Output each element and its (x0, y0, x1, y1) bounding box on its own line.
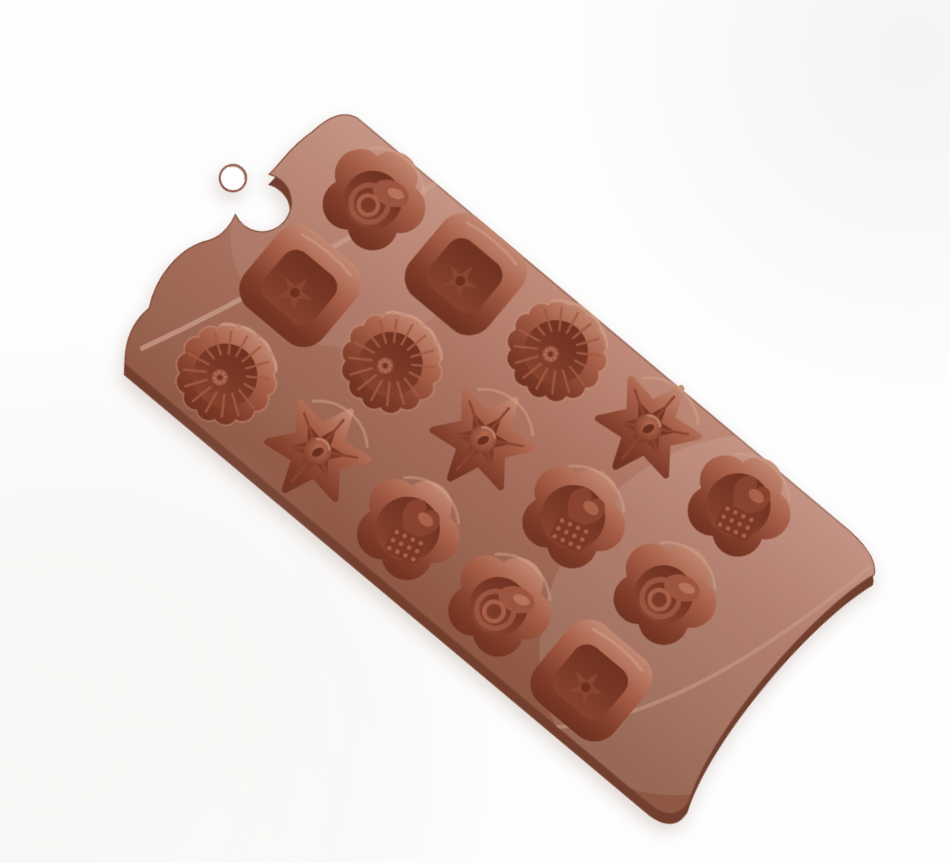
mold-rotation-wrapper (52, 32, 950, 863)
product-photo-scene (0, 0, 950, 863)
chocolate-mold (52, 32, 950, 863)
